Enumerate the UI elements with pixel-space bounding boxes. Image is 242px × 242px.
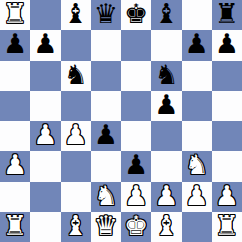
square-g1[interactable]	[182, 212, 212, 242]
square-b8[interactable]	[30, 0, 60, 30]
square-e2[interactable]: ♟	[121, 182, 151, 212]
square-g8[interactable]	[182, 0, 212, 30]
square-e7[interactable]	[121, 30, 151, 60]
square-b7[interactable]: ♟	[30, 30, 60, 60]
square-e5[interactable]	[121, 91, 151, 121]
square-h8[interactable]: ♜	[212, 0, 242, 30]
black-pawn-icon: ♟	[215, 30, 239, 59]
white-rook-icon: ♜	[215, 212, 239, 241]
square-g4[interactable]	[182, 121, 212, 151]
square-f8[interactable]: ♝	[151, 0, 181, 30]
white-pawn-icon: ♟	[3, 151, 27, 180]
white-rook-icon: ♜	[3, 212, 27, 241]
square-c1[interactable]: ♝	[61, 212, 91, 242]
black-pawn-icon: ♟	[94, 121, 118, 150]
square-d5[interactable]	[91, 91, 121, 121]
square-f6[interactable]: ♞	[151, 61, 181, 91]
square-c5[interactable]	[61, 91, 91, 121]
square-g3[interactable]: ♞	[182, 151, 212, 181]
square-g5[interactable]	[182, 91, 212, 121]
square-c8[interactable]: ♝	[61, 0, 91, 30]
black-pawn-icon: ♟	[185, 30, 209, 59]
square-e4[interactable]	[121, 121, 151, 151]
square-b1[interactable]	[30, 212, 60, 242]
square-f5[interactable]: ♟	[151, 91, 181, 121]
black-pawn-icon: ♟	[3, 30, 27, 59]
white-king-icon: ♚	[124, 212, 148, 241]
square-h4[interactable]	[212, 121, 242, 151]
black-rook-icon: ♜	[215, 0, 239, 29]
square-f2[interactable]: ♟	[151, 182, 181, 212]
square-e1[interactable]: ♚	[121, 212, 151, 242]
square-b5[interactable]	[30, 91, 60, 121]
black-pawn-icon: ♟	[33, 30, 57, 59]
black-king-icon: ♚	[124, 0, 148, 29]
square-c3[interactable]	[61, 151, 91, 181]
black-bishop-icon: ♝	[154, 0, 178, 29]
white-bishop-icon: ♝	[64, 212, 88, 241]
black-queen-icon: ♛	[94, 0, 118, 29]
square-h1[interactable]: ♜	[212, 212, 242, 242]
square-g2[interactable]: ♟	[182, 182, 212, 212]
square-d8[interactable]: ♛	[91, 0, 121, 30]
square-f3[interactable]	[151, 151, 181, 181]
square-a4[interactable]	[0, 121, 30, 151]
square-c7[interactable]	[61, 30, 91, 60]
square-e3[interactable]: ♟	[121, 151, 151, 181]
square-b6[interactable]	[30, 61, 60, 91]
square-a8[interactable]: ♜	[0, 0, 30, 30]
chess-board: ♜♝♛♚♝♜♟♟♟♟♞♞♟♟♟♟♟♟♞♞♟♟♟♟♜♝♛♚♝♜	[0, 0, 242, 242]
square-d3[interactable]	[91, 151, 121, 181]
white-pawn-icon: ♟	[185, 182, 209, 211]
square-g6[interactable]	[182, 61, 212, 91]
square-f1[interactable]: ♝	[151, 212, 181, 242]
square-b3[interactable]	[30, 151, 60, 181]
black-knight-icon: ♞	[154, 61, 178, 90]
square-b4[interactable]: ♟	[30, 121, 60, 151]
white-pawn-icon: ♟	[215, 182, 239, 211]
square-d7[interactable]	[91, 30, 121, 60]
white-pawn-icon: ♟	[124, 182, 148, 211]
black-pawn-icon: ♟	[154, 91, 178, 120]
square-a6[interactable]	[0, 61, 30, 91]
square-d2[interactable]: ♞	[91, 182, 121, 212]
white-pawn-icon: ♟	[154, 182, 178, 211]
square-h2[interactable]: ♟	[212, 182, 242, 212]
square-a3[interactable]: ♟	[0, 151, 30, 181]
square-c4[interactable]: ♟	[61, 121, 91, 151]
square-a5[interactable]	[0, 91, 30, 121]
square-f7[interactable]	[151, 30, 181, 60]
square-a7[interactable]: ♟	[0, 30, 30, 60]
square-e8[interactable]: ♚	[121, 0, 151, 30]
square-h5[interactable]	[212, 91, 242, 121]
square-g7[interactable]: ♟	[182, 30, 212, 60]
square-a1[interactable]: ♜	[0, 212, 30, 242]
square-e6[interactable]	[121, 61, 151, 91]
square-b2[interactable]	[30, 182, 60, 212]
square-d4[interactable]: ♟	[91, 121, 121, 151]
white-pawn-icon: ♟	[33, 121, 57, 150]
square-d1[interactable]: ♛	[91, 212, 121, 242]
square-a2[interactable]	[0, 182, 30, 212]
white-queen-icon: ♛	[94, 212, 118, 241]
white-knight-icon: ♞	[94, 182, 118, 211]
black-knight-icon: ♞	[64, 61, 88, 90]
square-c2[interactable]	[61, 182, 91, 212]
square-h6[interactable]	[212, 61, 242, 91]
white-pawn-icon: ♟	[64, 121, 88, 150]
white-rook-icon: ♜	[3, 0, 27, 29]
black-pawn-icon: ♟	[124, 151, 148, 180]
square-f4[interactable]	[151, 121, 181, 151]
white-knight-icon: ♞	[185, 151, 209, 180]
black-bishop-icon: ♝	[64, 0, 88, 29]
square-h7[interactable]: ♟	[212, 30, 242, 60]
square-c6[interactable]: ♞	[61, 61, 91, 91]
square-d6[interactable]	[91, 61, 121, 91]
square-h3[interactable]	[212, 151, 242, 181]
white-bishop-icon: ♝	[154, 212, 178, 241]
